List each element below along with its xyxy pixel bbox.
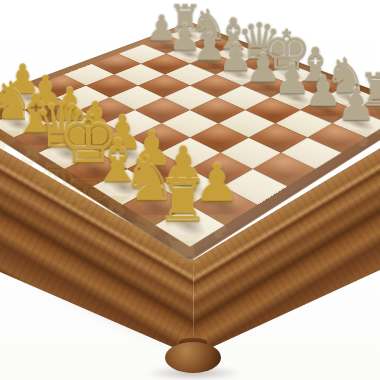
square-h1: ♜♜ <box>155 205 225 247</box>
pawn-icon: ♟ <box>323 83 380 127</box>
case-bun-foot <box>165 342 221 373</box>
piece-reflection: ♜ <box>138 229 226 267</box>
rook-icon: ♜ <box>142 171 224 230</box>
chess-set-photo: ♜♜♞♞♝♝♛♛♚♚♝♝♞♞♜♜♟♟♟♟♟♟♟♟♟♟♟♟♟♟♟♟♟♟♟♟♟♟♟♟… <box>0 0 380 380</box>
